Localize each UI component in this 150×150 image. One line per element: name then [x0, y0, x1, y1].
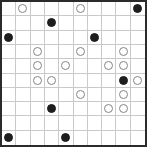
- white-circle: [76, 90, 85, 99]
- black-circle: [47, 18, 56, 27]
- cell-r4c5[interactable]: [74, 59, 88, 73]
- cell-r8c4[interactable]: [59, 116, 73, 130]
- cell-r2c9[interactable]: [131, 31, 145, 45]
- cell-r3c6[interactable]: [88, 45, 102, 59]
- cell-r0c6[interactable]: [88, 2, 102, 16]
- white-circle: [33, 61, 42, 70]
- cell-r0c5[interactable]: [74, 2, 88, 16]
- cell-r9c5[interactable]: [74, 131, 88, 145]
- cell-r4c3[interactable]: [45, 59, 59, 73]
- cell-r4c7[interactable]: [102, 59, 116, 73]
- cell-r8c8[interactable]: [116, 116, 130, 130]
- cell-r4c2[interactable]: [31, 59, 45, 73]
- cell-r0c1[interactable]: [16, 2, 30, 16]
- cell-r5c2[interactable]: [31, 74, 45, 88]
- cell-r2c5[interactable]: [74, 31, 88, 45]
- white-circle: [18, 4, 27, 13]
- masyu-puzzle: [0, 0, 150, 150]
- cell-r9c6[interactable]: [88, 131, 102, 145]
- cell-r4c8[interactable]: [116, 59, 130, 73]
- cell-r7c7[interactable]: [102, 102, 116, 116]
- cell-r7c2[interactable]: [31, 102, 45, 116]
- cell-r4c4[interactable]: [59, 59, 73, 73]
- cell-r5c6[interactable]: [88, 74, 102, 88]
- cell-r1c4[interactable]: [59, 16, 73, 30]
- black-circle: [90, 33, 99, 42]
- cell-r2c2[interactable]: [31, 31, 45, 45]
- cell-r7c8[interactable]: [116, 102, 130, 116]
- white-circle: [33, 47, 42, 56]
- black-circle: [133, 4, 142, 13]
- cell-r4c6[interactable]: [88, 59, 102, 73]
- cell-r7c5[interactable]: [74, 102, 88, 116]
- cell-r2c8[interactable]: [116, 31, 130, 45]
- cell-r0c0[interactable]: [2, 2, 16, 16]
- cell-r7c6[interactable]: [88, 102, 102, 116]
- cell-r8c2[interactable]: [31, 116, 45, 130]
- cell-r3c2[interactable]: [31, 45, 45, 59]
- cell-r0c7[interactable]: [102, 2, 116, 16]
- cell-r5c8[interactable]: [116, 74, 130, 88]
- cell-r7c3[interactable]: [45, 102, 59, 116]
- cell-r4c0[interactable]: [2, 59, 16, 73]
- board-grid: [0, 0, 147, 147]
- black-circle: [4, 33, 13, 42]
- white-circle: [119, 61, 128, 70]
- cell-r5c5[interactable]: [74, 74, 88, 88]
- cell-r1c8[interactable]: [116, 16, 130, 30]
- cell-r5c0[interactable]: [2, 74, 16, 88]
- cell-r4c9[interactable]: [131, 59, 145, 73]
- cell-r2c6[interactable]: [88, 31, 102, 45]
- cell-r6c2[interactable]: [31, 88, 45, 102]
- cell-r3c4[interactable]: [59, 45, 73, 59]
- cell-r0c9[interactable]: [131, 2, 145, 16]
- cell-r2c4[interactable]: [59, 31, 73, 45]
- cell-r6c3[interactable]: [45, 88, 59, 102]
- black-circle: [4, 133, 13, 142]
- cell-r9c0[interactable]: [2, 131, 16, 145]
- cell-r3c1[interactable]: [16, 45, 30, 59]
- white-circle: [119, 90, 128, 99]
- cell-r1c7[interactable]: [102, 16, 116, 30]
- cell-r9c1[interactable]: [16, 131, 30, 145]
- cell-r5c3[interactable]: [45, 74, 59, 88]
- cell-r9c8[interactable]: [116, 131, 130, 145]
- cell-r2c1[interactable]: [16, 31, 30, 45]
- white-circle: [119, 47, 128, 56]
- cell-r9c7[interactable]: [102, 131, 116, 145]
- cell-r3c7[interactable]: [102, 45, 116, 59]
- cell-r9c4[interactable]: [59, 131, 73, 145]
- cell-r7c1[interactable]: [16, 102, 30, 116]
- white-circle: [76, 4, 85, 13]
- cell-r6c7[interactable]: [102, 88, 116, 102]
- cell-r6c0[interactable]: [2, 88, 16, 102]
- cell-r6c4[interactable]: [59, 88, 73, 102]
- cell-r6c8[interactable]: [116, 88, 130, 102]
- cell-r6c1[interactable]: [16, 88, 30, 102]
- cell-r8c7[interactable]: [102, 116, 116, 130]
- cell-r2c3[interactable]: [45, 31, 59, 45]
- cell-r8c1[interactable]: [16, 116, 30, 130]
- cell-r5c9[interactable]: [131, 74, 145, 88]
- white-circle: [104, 61, 113, 70]
- cell-r1c1[interactable]: [16, 16, 30, 30]
- cell-r6c9[interactable]: [131, 88, 145, 102]
- cell-r3c3[interactable]: [45, 45, 59, 59]
- black-circle: [119, 76, 128, 85]
- cell-r1c9[interactable]: [131, 16, 145, 30]
- cell-r5c4[interactable]: [59, 74, 73, 88]
- white-circle: [61, 61, 70, 70]
- cell-r3c0[interactable]: [2, 45, 16, 59]
- white-circle: [133, 76, 142, 85]
- cell-r0c2[interactable]: [31, 2, 45, 16]
- cell-r9c3[interactable]: [45, 131, 59, 145]
- cell-r8c3[interactable]: [45, 116, 59, 130]
- cell-r0c3[interactable]: [45, 2, 59, 16]
- cell-r1c0[interactable]: [2, 16, 16, 30]
- white-circle: [119, 104, 128, 113]
- cell-r9c9[interactable]: [131, 131, 145, 145]
- white-circle: [104, 104, 113, 113]
- cell-r7c4[interactable]: [59, 102, 73, 116]
- white-circle: [76, 47, 85, 56]
- cell-r0c8[interactable]: [116, 2, 130, 16]
- cell-r1c2[interactable]: [31, 16, 45, 30]
- cell-r1c5[interactable]: [74, 16, 88, 30]
- cell-r3c5[interactable]: [74, 45, 88, 59]
- cell-r9c2[interactable]: [31, 131, 45, 145]
- cell-r8c5[interactable]: [74, 116, 88, 130]
- cell-r2c7[interactable]: [102, 31, 116, 45]
- cell-r7c9[interactable]: [131, 102, 145, 116]
- white-circle: [33, 76, 42, 85]
- cell-r0c4[interactable]: [59, 2, 73, 16]
- cell-r8c0[interactable]: [2, 116, 16, 130]
- black-circle: [61, 133, 70, 142]
- cell-r4c1[interactable]: [16, 59, 30, 73]
- cell-r8c6[interactable]: [88, 116, 102, 130]
- cell-r3c9[interactable]: [131, 45, 145, 59]
- cell-r7c0[interactable]: [2, 102, 16, 116]
- cell-r3c8[interactable]: [116, 45, 130, 59]
- white-circle: [47, 76, 56, 85]
- cell-r2c0[interactable]: [2, 31, 16, 45]
- black-circle: [47, 104, 56, 113]
- cell-r5c7[interactable]: [102, 74, 116, 88]
- cell-r5c1[interactable]: [16, 74, 30, 88]
- cell-r1c6[interactable]: [88, 16, 102, 30]
- cell-r1c3[interactable]: [45, 16, 59, 30]
- cell-r6c6[interactable]: [88, 88, 102, 102]
- cell-r8c9[interactable]: [131, 116, 145, 130]
- cell-r6c5[interactable]: [74, 88, 88, 102]
